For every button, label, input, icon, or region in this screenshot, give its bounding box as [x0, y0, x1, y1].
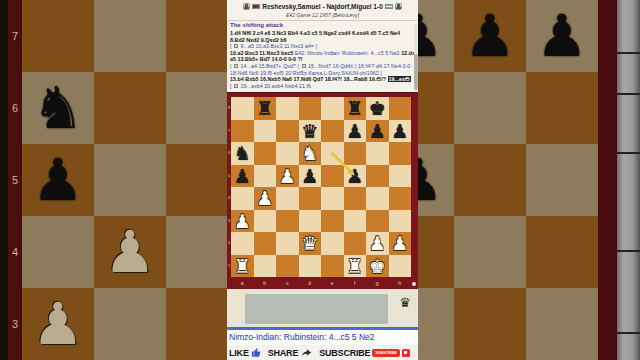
square-a1[interactable]: ♜ — [231, 255, 254, 278]
square-f3[interactable] — [344, 210, 367, 233]
square-c5[interactable]: ♟ — [276, 165, 299, 188]
file-label-f: f — [344, 279, 367, 288]
video-frame: ♟♟♟♞♟♟♟♟ 76543 Reshevsky,Samuel - Najdor… — [0, 0, 640, 360]
square-b7[interactable] — [254, 120, 277, 143]
subscribe-label: SUBSCRIBE — [319, 348, 370, 358]
notation[interactable]: 1.d4 Nf6 2.c4 e6 3.Nc3 Bb4 4.e3 c5 5.Nge… — [227, 29, 418, 92]
notation-line[interactable]: 8.Bd2 Nxd2 9.Qxd2 b6 — [230, 37, 415, 44]
piece-black-r-f8[interactable]: ♜ — [344, 97, 367, 120]
usa-flag-icon — [252, 4, 260, 9]
square-g3[interactable] — [366, 210, 389, 233]
square-b6[interactable] — [254, 142, 277, 165]
subscribe-button[interactable]: SUBSCRIBE SUBSCRIBE — [319, 348, 409, 358]
background-scrollbar — [617, 0, 640, 360]
square-a6: ♞ — [22, 72, 94, 144]
square-a5: ♟ — [22, 144, 94, 216]
thumbs-up-icon — [251, 347, 262, 358]
square-d8[interactable] — [299, 97, 322, 120]
background-scrollbar-tick — [617, 152, 640, 154]
square-g7[interactable]: ♟ — [366, 120, 389, 143]
square-h3 — [526, 288, 598, 360]
square-h2[interactable]: ♟ — [389, 232, 412, 255]
file-labels: abcdefgh — [231, 279, 411, 288]
piece-white-n-d6[interactable]: ♞ — [299, 142, 322, 165]
square-g5[interactable] — [366, 165, 389, 188]
square-c1[interactable] — [276, 255, 299, 278]
piece-black-q-d7[interactable]: ♛ — [299, 120, 322, 143]
move-text[interactable]: a5 13.Bb5+ Bd7 14.0-0 0-0 ?! — [230, 56, 303, 62]
file-label-b: b — [254, 279, 277, 288]
notation-line[interactable]: 1.d4 Nf6 2.c4 e6 3.Nc3 Bb4 4.e3 c5 5.Nge… — [230, 30, 415, 37]
piece-white-r-f1[interactable]: ♜ — [344, 255, 367, 278]
variation-board-icon[interactable] — [234, 64, 238, 68]
square-b5[interactable] — [254, 165, 277, 188]
move-text[interactable]: 14...a4 15.Bxd7+ Qxd7 ( — [239, 63, 301, 69]
square-d2[interactable]: ♛ — [299, 232, 322, 255]
action-bar: LIKE SHARE SUBSCRIBE SUBSCRIBE — [227, 345, 418, 360]
piece-black-n-a6: ♞ — [22, 72, 94, 144]
square-g7: ♟ — [454, 0, 526, 72]
square-a3: ♟ — [22, 288, 94, 360]
square-a3[interactable]: ♟ — [231, 210, 254, 233]
square-b3[interactable] — [254, 210, 277, 233]
move-text[interactable]: 9...a5 10.a3 Bxc3 11.Nxc3 a4= ] — [239, 43, 317, 49]
square-g8[interactable]: ♚ — [366, 97, 389, 120]
piece-black-k-g8[interactable]: ♚ — [366, 97, 389, 120]
square-b5 — [94, 144, 166, 216]
file-label-a: a — [231, 279, 254, 288]
move-text[interactable]: E42: Nimzo-Indian: Rubinstein: 4...c5 5 … — [295, 50, 401, 56]
variation-board-icon[interactable] — [302, 64, 306, 68]
piece-white-p-b4[interactable]: ♟ — [254, 187, 277, 210]
square-f2[interactable] — [344, 232, 367, 255]
square-c8[interactable] — [276, 97, 299, 120]
rank-label-4: 4 — [227, 195, 231, 200]
chess-board: ♜♜♚♛♟♟♟♞♞♟♟♟♟♟♟♛♟♟♜♜♚ 87654321 abcdefgh — [227, 92, 418, 289]
piece-black-p-f5[interactable]: ♟ — [344, 165, 367, 188]
share-label: SHARE — [268, 348, 299, 358]
square-h7[interactable]: ♟ — [389, 120, 412, 143]
square-b7 — [94, 0, 166, 72]
square-b3 — [94, 288, 166, 360]
square-f6[interactable] — [344, 142, 367, 165]
background-rank-label: 5 — [8, 174, 22, 186]
square-g2[interactable]: ♟ — [366, 232, 389, 255]
notation-scrollbar[interactable] — [414, 24, 418, 90]
square-e3[interactable] — [321, 210, 344, 233]
move-text[interactable]: 18.Nd6 Nc6 19.f5 exf5 20.Rxf5± Karsa,L-D… — [230, 70, 382, 76]
square-a4[interactable] — [231, 187, 254, 210]
rank-labels: 87654321 — [227, 97, 231, 277]
piece-white-p-a3: ♟ — [22, 288, 94, 360]
square-e7[interactable] — [321, 120, 344, 143]
piece-black-r-b8[interactable]: ♜ — [254, 97, 277, 120]
notation-scrollbar-thumb[interactable] — [414, 54, 418, 90]
share-arrow-icon — [300, 347, 313, 358]
square-b2[interactable] — [254, 232, 277, 255]
piece-black-p-f7[interactable]: ♟ — [344, 120, 367, 143]
square-h8[interactable] — [389, 97, 412, 120]
piece-black-p-g7: ♟ — [454, 0, 526, 72]
square-h5 — [526, 144, 598, 216]
piece-white-p-a3[interactable]: ♟ — [231, 210, 254, 233]
square-g4[interactable] — [366, 187, 389, 210]
piece-white-p-b4: ♟ — [94, 216, 166, 288]
black-player-avatar — [395, 3, 402, 10]
square-c2[interactable] — [276, 232, 299, 255]
square-h7: ♟ — [526, 0, 598, 72]
notation-line[interactable]: 10.a3 Bxc3 11.Nxc3 bxc5 E42: Nimzo-India… — [230, 50, 415, 57]
game-header: Reshevsky,Samuel - Najdorf,Miguel 1-0 E4… — [227, 0, 418, 21]
square-d6[interactable]: ♞ — [299, 142, 322, 165]
rank-label-6: 6 — [227, 150, 231, 155]
square-b4: ♟ — [94, 216, 166, 288]
square-h4[interactable] — [389, 187, 412, 210]
square-a5[interactable]: ♟ — [231, 165, 254, 188]
square-e4[interactable] — [321, 187, 344, 210]
piece-black-p-h7[interactable]: ♟ — [389, 120, 412, 143]
piece-white-p-g2[interactable]: ♟ — [366, 232, 389, 255]
notation-line[interactable]: [ 14...a4 15.Bxd7+ Qxd7 ( 15...Nxd7 16.Q… — [230, 63, 415, 70]
piece-black-n-a6[interactable]: ♞ — [231, 142, 254, 165]
move-text[interactable]: 19...axb4 20.axb4 Nxb4 21.f6 — [239, 83, 311, 89]
background-scrollbar-tick — [617, 52, 640, 54]
rank-label-2: 2 — [227, 240, 231, 245]
square-g4 — [454, 216, 526, 288]
square-e1[interactable] — [321, 255, 344, 278]
notation-line[interactable]: [ 9...a5 10.a3 Bxc3 11.Nxc3 a4= ] — [230, 43, 415, 50]
like-label: LIKE — [229, 348, 249, 358]
square-b8[interactable]: ♜ — [254, 97, 277, 120]
square-f7[interactable]: ♟ — [344, 120, 367, 143]
move-text[interactable]: 15...Nxd7 16.Qd4± ) 16.f4!? d4 17.Ne4 0-… — [307, 63, 411, 69]
background-rank-label: 6 — [8, 102, 22, 114]
square-g6 — [454, 72, 526, 144]
square-f5[interactable]: ♟ — [344, 165, 367, 188]
opening-name: Nimzo-Indian: Rubinstein: 4...c5 5 Ne2 — [227, 330, 418, 345]
background-scrollbar-tick — [617, 332, 640, 334]
share-button[interactable]: SHARE — [268, 347, 314, 358]
move-text[interactable]: 8.Bd2 Nxd2 9.Qxd2 b6 — [230, 37, 287, 43]
variation-board-icon[interactable] — [234, 84, 238, 88]
square-a7 — [22, 0, 94, 72]
analysis-panel: Reshevsky,Samuel - Najdorf,Miguel 1-0 E4… — [227, 0, 418, 360]
square-a2[interactable] — [231, 232, 254, 255]
argentina-flag-icon — [385, 4, 393, 9]
square-c3[interactable] — [276, 210, 299, 233]
square-g1[interactable]: ♚ — [366, 255, 389, 278]
file-label-g: g — [366, 279, 389, 288]
variation-board-icon[interactable] — [234, 44, 238, 48]
file-label-e: e — [321, 279, 344, 288]
game-meta: E42 Game 12 1957 [BelovLevy] — [227, 11, 418, 20]
square-b1[interactable] — [254, 255, 277, 278]
rank-label-8: 8 — [227, 105, 231, 110]
background-rank-label: 4 — [8, 246, 22, 258]
move-text[interactable]: [ — [230, 63, 233, 69]
square-a8[interactable] — [231, 97, 254, 120]
notation-line[interactable]: a5 13.Bb5+ Bd7 14.0-0 0-0 ?! — [230, 56, 415, 63]
piece-black-p-a5: ♟ — [22, 144, 94, 216]
square-g3 — [454, 288, 526, 360]
background-right-border — [598, 0, 617, 360]
file-label-d: d — [299, 279, 322, 288]
rank-label-7: 7 — [227, 128, 231, 133]
square-g6[interactable] — [366, 142, 389, 165]
square-f4[interactable] — [344, 187, 367, 210]
piece-white-p-h2[interactable]: ♟ — [389, 232, 412, 255]
square-e8[interactable] — [321, 97, 344, 120]
square-h4 — [526, 216, 598, 288]
white-player-avatar — [243, 3, 250, 10]
square-g5 — [454, 144, 526, 216]
square-h3[interactable] — [389, 210, 412, 233]
move-text[interactable]: 1.d4 Nf6 2.c4 e6 3.Nc3 Bb4 4.e3 c5 5.Nge… — [230, 30, 400, 36]
move-text[interactable]: 10.a3 Bxc3 11.Nxc3 bxc5 — [230, 50, 295, 56]
square-a4 — [22, 216, 94, 288]
youtube-icon[interactable] — [402, 349, 410, 357]
piece-black-p-g7[interactable]: ♟ — [366, 120, 389, 143]
piece-black-p-a5[interactable]: ♟ — [231, 165, 254, 188]
square-a7[interactable] — [231, 120, 254, 143]
square-a6[interactable]: ♞ — [231, 142, 254, 165]
selected-move[interactable]: 19...exf5 — [388, 76, 411, 82]
panel-placeholder — [245, 294, 388, 324]
move-text[interactable]: [ — [230, 43, 233, 49]
background-scrollbar-tick — [617, 93, 640, 95]
square-e5[interactable] — [321, 165, 344, 188]
square-d4[interactable] — [299, 187, 322, 210]
notation-line[interactable]: 18.Nd6 Nc6 19.f5 exf5 20.Rxf5± Karsa,L-D… — [230, 70, 415, 77]
game-title: Reshevsky,Samuel - Najdorf,Miguel 1-0 — [262, 3, 383, 10]
annotation-title: The shifting attack — [227, 21, 418, 29]
square-h6[interactable] — [389, 142, 412, 165]
square-c4[interactable] — [276, 187, 299, 210]
rank-label-1: 1 — [227, 263, 231, 268]
square-h5[interactable] — [389, 165, 412, 188]
like-button[interactable]: LIKE — [229, 347, 262, 358]
background-left-edge — [0, 0, 8, 360]
square-c7[interactable] — [276, 120, 299, 143]
piece-white-p-c5[interactable]: ♟ — [276, 165, 299, 188]
square-b4[interactable]: ♟ — [254, 187, 277, 210]
piece-white-q-d2[interactable]: ♛ — [299, 232, 322, 255]
file-label-c: c — [276, 279, 299, 288]
square-b6 — [94, 72, 166, 144]
notation-line[interactable]: [ 19...axb4 20.axb4 Nxb4 21.f6 — [230, 83, 415, 90]
chess-piece-icon: ♛ — [399, 296, 411, 309]
background-scrollbar-tick — [617, 250, 640, 252]
piece-white-k-g1[interactable]: ♚ — [366, 255, 389, 278]
move-text[interactable]: [ — [230, 83, 233, 89]
move-text[interactable]: 15.b4 Bxb5 16.Nxb5 Na6 17.Nd6 Qd7 18.f4?… — [230, 76, 388, 82]
rank-label-5: 5 — [227, 173, 231, 178]
square-d3[interactable] — [299, 210, 322, 233]
file-label-h: h — [389, 279, 412, 288]
background-rank-strip: 76543 — [8, 0, 22, 360]
background-rank-label: 3 — [8, 318, 22, 330]
piece-black-p-h7: ♟ — [526, 0, 598, 72]
subscribe-pill-button[interactable]: SUBSCRIBE — [372, 349, 399, 357]
square-f1[interactable]: ♜ — [344, 255, 367, 278]
square-e2[interactable] — [321, 232, 344, 255]
square-h1[interactable] — [389, 255, 412, 278]
square-h6 — [526, 72, 598, 144]
rank-label-3: 3 — [227, 218, 231, 223]
square-c6[interactable] — [276, 142, 299, 165]
square-d1[interactable] — [299, 255, 322, 278]
piece-white-r-a1[interactable]: ♜ — [231, 255, 254, 278]
board-corner-dot — [412, 282, 416, 286]
notation-line[interactable]: 15.b4 Bxb5 16.Nxb5 Na6 17.Nd6 Qd7 18.f4?… — [230, 76, 415, 83]
background-rank-label: 7 — [8, 30, 22, 42]
board-footer-strip: ♛ — [227, 289, 418, 327]
square-d5[interactable]: ♟ — [299, 165, 322, 188]
square-e6[interactable] — [321, 142, 344, 165]
piece-black-p-d5[interactable]: ♟ — [299, 165, 322, 188]
square-f8[interactable]: ♜ — [344, 97, 367, 120]
square-d7[interactable]: ♛ — [299, 120, 322, 143]
